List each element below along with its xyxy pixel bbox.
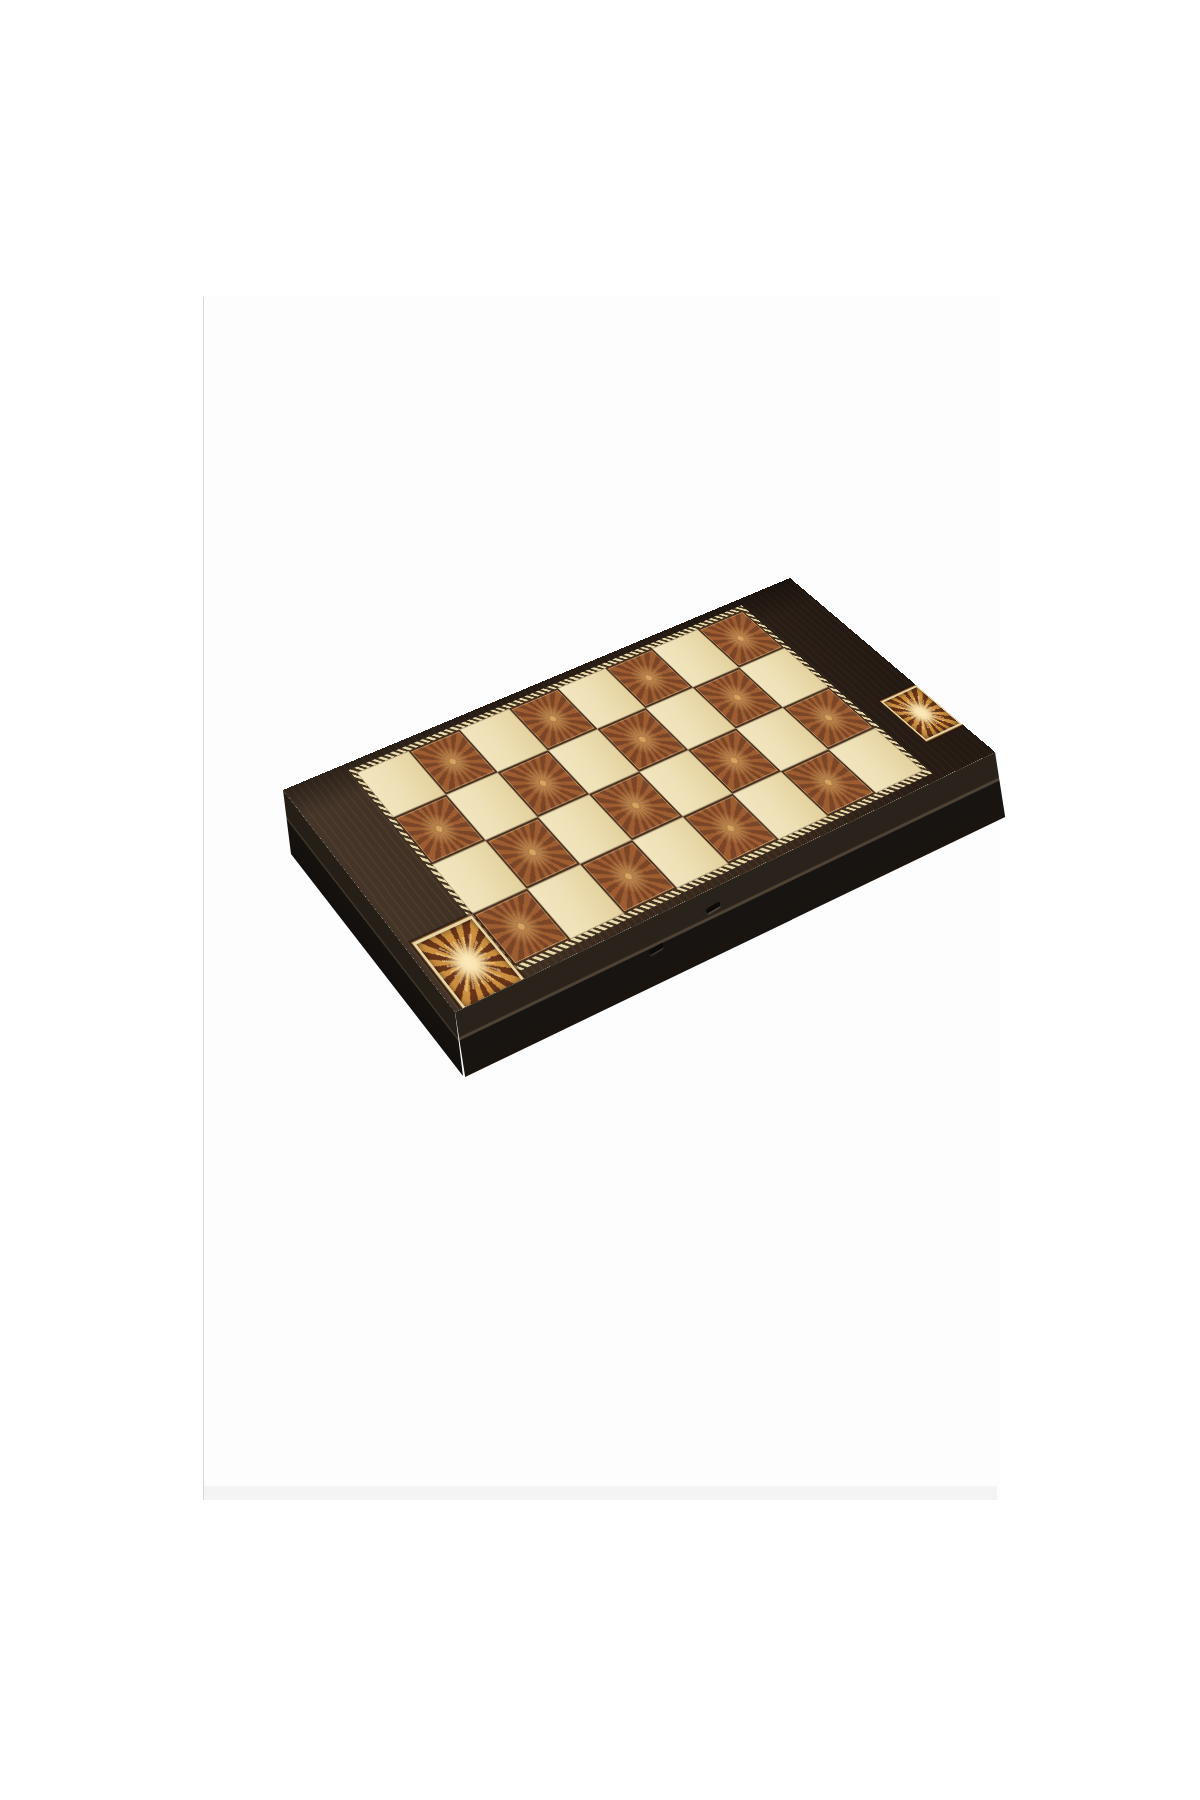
page-footer-strip (204, 1486, 997, 1500)
dotted-inlay-border (349, 605, 932, 973)
board-grid (357, 610, 924, 965)
page-root (0, 0, 1200, 1800)
product-photo (204, 297, 1000, 1500)
corner-medallion-right-icon (881, 685, 962, 741)
hinge-icon (649, 942, 664, 955)
hinge-icon (706, 901, 721, 914)
